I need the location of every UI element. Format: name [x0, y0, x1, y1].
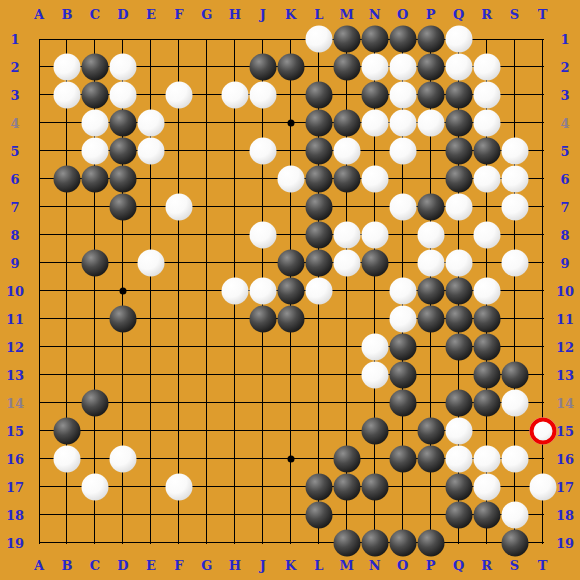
grid-line: [39, 542, 544, 543]
white-stone[interactable]: [473, 473, 500, 500]
col-label-top: L: [314, 7, 323, 22]
black-stone[interactable]: [333, 529, 360, 556]
white-stone[interactable]: [473, 445, 500, 472]
white-stone[interactable]: [445, 249, 472, 276]
white-stone[interactable]: [81, 473, 108, 500]
black-stone[interactable]: [445, 501, 472, 528]
black-stone[interactable]: [445, 109, 472, 136]
black-stone[interactable]: [417, 417, 444, 444]
black-stone[interactable]: [473, 305, 500, 332]
row-label-left: 13: [6, 367, 24, 382]
white-stone[interactable]: [445, 53, 472, 80]
black-stone[interactable]: [445, 137, 472, 164]
row-label-right: 8: [560, 227, 569, 242]
black-stone[interactable]: [417, 53, 444, 80]
black-stone[interactable]: [305, 193, 332, 220]
white-stone[interactable]: [53, 53, 80, 80]
row-label-right: 18: [556, 507, 574, 522]
white-stone[interactable]: [501, 137, 528, 164]
row-label-right: 7: [560, 199, 569, 214]
black-stone[interactable]: [333, 165, 360, 192]
white-stone[interactable]: [81, 137, 108, 164]
black-stone[interactable]: [305, 221, 332, 248]
row-label-left: 11: [6, 311, 24, 326]
black-stone[interactable]: [277, 53, 304, 80]
col-label-top: D: [117, 7, 128, 22]
row-label-left: 10: [6, 283, 24, 298]
black-stone[interactable]: [361, 529, 388, 556]
white-stone[interactable]: [501, 389, 528, 416]
row-label-left: 1: [10, 32, 19, 47]
star-point: [119, 287, 126, 294]
row-label-left: 8: [10, 227, 19, 242]
col-label-top: E: [146, 7, 156, 22]
white-stone[interactable]: [473, 221, 500, 248]
black-stone[interactable]: [277, 305, 304, 332]
black-stone[interactable]: [249, 305, 276, 332]
white-stone[interactable]: [445, 417, 472, 444]
black-stone[interactable]: [361, 26, 388, 53]
col-label-top: G: [201, 7, 212, 22]
row-label-right: 2: [560, 59, 569, 74]
white-stone[interactable]: [417, 249, 444, 276]
black-stone[interactable]: [277, 277, 304, 304]
black-stone[interactable]: [333, 53, 360, 80]
row-label-right: 16: [556, 451, 574, 466]
row-label-right: 19: [556, 535, 574, 550]
white-stone[interactable]: [361, 53, 388, 80]
col-label-top: C: [90, 7, 100, 22]
black-stone[interactable]: [277, 249, 304, 276]
col-label-bottom: P: [426, 558, 436, 573]
white-stone[interactable]: [389, 305, 416, 332]
row-label-left: 7: [10, 199, 19, 214]
grid-line: [542, 39, 543, 544]
grid-line: [39, 39, 40, 544]
black-stone[interactable]: [417, 529, 444, 556]
row-label-right: 3: [560, 87, 569, 102]
col-label-bottom: O: [397, 558, 408, 573]
white-stone[interactable]: [249, 81, 276, 108]
white-stone[interactable]: [221, 277, 248, 304]
col-label-top: Q: [453, 7, 464, 22]
row-label-left: 6: [10, 171, 19, 186]
black-stone[interactable]: [473, 137, 500, 164]
white-stone[interactable]: [417, 109, 444, 136]
white-stone[interactable]: [333, 249, 360, 276]
white-stone[interactable]: [249, 137, 276, 164]
black-stone[interactable]: [445, 389, 472, 416]
row-label-left: 2: [10, 59, 19, 74]
black-stone[interactable]: [417, 277, 444, 304]
white-stone[interactable]: [249, 221, 276, 248]
black-stone[interactable]: [445, 277, 472, 304]
col-label-top: F: [174, 7, 183, 22]
white-stone[interactable]: [529, 473, 556, 500]
white-stone[interactable]: [361, 165, 388, 192]
row-label-left: 15: [6, 423, 24, 438]
white-stone[interactable]: [333, 137, 360, 164]
white-stone[interactable]: [53, 445, 80, 472]
white-stone[interactable]: [53, 81, 80, 108]
black-stone[interactable]: [361, 473, 388, 500]
black-stone[interactable]: [81, 389, 108, 416]
white-stone[interactable]: [361, 109, 388, 136]
col-label-bottom: H: [229, 558, 241, 573]
black-stone[interactable]: [417, 305, 444, 332]
row-label-right: 4: [560, 115, 569, 130]
col-label-top: M: [339, 7, 353, 22]
star-point: [287, 455, 294, 462]
white-stone[interactable]: [137, 249, 164, 276]
col-label-bottom: R: [481, 558, 492, 573]
col-label-bottom: N: [369, 558, 381, 573]
col-label-top: N: [369, 7, 381, 22]
black-stone[interactable]: [501, 361, 528, 388]
col-label-bottom: A: [34, 558, 44, 573]
black-stone[interactable]: [305, 165, 332, 192]
row-label-right: 15: [556, 423, 574, 438]
white-stone[interactable]: [109, 81, 136, 108]
col-label-bottom: T: [538, 558, 548, 573]
black-stone[interactable]: [305, 137, 332, 164]
col-label-top: S: [510, 7, 519, 22]
row-label-right: 11: [556, 311, 574, 326]
white-stone[interactable]: [501, 165, 528, 192]
col-label-top: A: [34, 7, 44, 22]
col-label-top: P: [426, 7, 436, 22]
row-label-left: 19: [6, 535, 24, 550]
black-stone[interactable]: [333, 473, 360, 500]
white-stone[interactable]: [445, 26, 472, 53]
black-stone[interactable]: [81, 81, 108, 108]
black-stone[interactable]: [81, 53, 108, 80]
grid-line: [39, 374, 544, 375]
white-stone[interactable]: [109, 445, 136, 472]
row-label-right: 12: [556, 339, 574, 354]
white-stone[interactable]: [473, 165, 500, 192]
black-stone[interactable]: [473, 389, 500, 416]
black-stone[interactable]: [333, 109, 360, 136]
black-stone[interactable]: [417, 26, 444, 53]
black-stone[interactable]: [249, 53, 276, 80]
white-stone[interactable]: [389, 53, 416, 80]
black-stone[interactable]: [389, 529, 416, 556]
row-label-right: 1: [560, 32, 569, 47]
white-stone[interactable]: [221, 81, 248, 108]
white-stone[interactable]: [445, 193, 472, 220]
white-stone[interactable]: [501, 501, 528, 528]
go-board[interactable]: AABBCCDDEEFFGGHHJJKKLLMMNNOOPPQQRRSSTT11…: [0, 0, 580, 580]
white-stone[interactable]: [165, 81, 192, 108]
col-label-bottom: Q: [453, 558, 464, 573]
row-label-right: 6: [560, 171, 569, 186]
black-stone[interactable]: [81, 165, 108, 192]
white-stone[interactable]: [165, 473, 192, 500]
black-stone[interactable]: [417, 193, 444, 220]
row-label-right: 14: [556, 395, 574, 410]
white-stone[interactable]: [473, 277, 500, 304]
black-stone[interactable]: [333, 26, 360, 53]
grid-line: [206, 39, 207, 544]
black-stone[interactable]: [109, 137, 136, 164]
white-stone[interactable]: [137, 109, 164, 136]
col-label-top: H: [229, 7, 241, 22]
white-stone[interactable]: [417, 221, 444, 248]
col-label-bottom: K: [285, 558, 296, 573]
last-move-marker: [529, 417, 556, 444]
row-label-right: 10: [556, 283, 574, 298]
col-label-bottom: M: [339, 558, 353, 573]
black-stone[interactable]: [53, 417, 80, 444]
black-stone[interactable]: [445, 333, 472, 360]
col-label-top: R: [481, 7, 492, 22]
white-stone[interactable]: [305, 26, 332, 53]
col-label-bottom: L: [314, 558, 323, 573]
row-label-left: 5: [10, 143, 19, 158]
black-stone[interactable]: [445, 81, 472, 108]
col-label-bottom: E: [146, 558, 156, 573]
black-stone[interactable]: [445, 473, 472, 500]
black-stone[interactable]: [473, 361, 500, 388]
row-label-right: 9: [560, 255, 569, 270]
white-stone[interactable]: [501, 193, 528, 220]
white-stone[interactable]: [81, 109, 108, 136]
black-stone[interactable]: [333, 445, 360, 472]
row-label-left: 3: [10, 87, 19, 102]
row-label-left: 9: [10, 255, 19, 270]
black-stone[interactable]: [109, 193, 136, 220]
star-point: [287, 119, 294, 126]
col-label-bottom: C: [90, 558, 100, 573]
black-stone[interactable]: [417, 445, 444, 472]
black-stone[interactable]: [81, 249, 108, 276]
black-stone[interactable]: [109, 109, 136, 136]
white-stone[interactable]: [277, 165, 304, 192]
white-stone[interactable]: [473, 109, 500, 136]
black-stone[interactable]: [389, 445, 416, 472]
black-stone[interactable]: [389, 389, 416, 416]
col-label-bottom: F: [174, 558, 183, 573]
grid-line: [39, 234, 544, 235]
white-stone[interactable]: [109, 53, 136, 80]
white-stone[interactable]: [305, 277, 332, 304]
col-label-top: K: [285, 7, 296, 22]
row-label-left: 16: [6, 451, 24, 466]
white-stone[interactable]: [389, 81, 416, 108]
col-label-top: T: [538, 7, 548, 22]
white-stone[interactable]: [361, 361, 388, 388]
black-stone[interactable]: [389, 26, 416, 53]
black-stone[interactable]: [445, 165, 472, 192]
row-label-right: 13: [556, 367, 574, 382]
white-stone[interactable]: [501, 249, 528, 276]
black-stone[interactable]: [305, 501, 332, 528]
black-stone[interactable]: [473, 333, 500, 360]
row-label-right: 17: [556, 479, 574, 494]
white-stone[interactable]: [389, 193, 416, 220]
black-stone[interactable]: [305, 109, 332, 136]
row-label-left: 17: [6, 479, 24, 494]
black-stone[interactable]: [361, 249, 388, 276]
black-stone[interactable]: [389, 333, 416, 360]
black-stone[interactable]: [389, 361, 416, 388]
black-stone[interactable]: [305, 473, 332, 500]
col-label-bottom: B: [61, 558, 72, 573]
black-stone[interactable]: [305, 249, 332, 276]
black-stone[interactable]: [445, 305, 472, 332]
row-label-left: 4: [10, 115, 19, 130]
white-stone[interactable]: [389, 137, 416, 164]
white-stone[interactable]: [473, 81, 500, 108]
row-label-left: 12: [6, 339, 24, 354]
col-label-bottom: G: [201, 558, 212, 573]
white-stone[interactable]: [445, 445, 472, 472]
col-label-bottom: S: [510, 558, 519, 573]
black-stone[interactable]: [417, 81, 444, 108]
black-stone[interactable]: [305, 81, 332, 108]
black-stone[interactable]: [361, 417, 388, 444]
black-stone[interactable]: [501, 529, 528, 556]
row-label-left: 14: [6, 395, 24, 410]
col-label-top: J: [260, 7, 266, 22]
white-stone[interactable]: [137, 137, 164, 164]
col-label-top: B: [61, 7, 72, 22]
white-stone[interactable]: [165, 193, 192, 220]
white-stone[interactable]: [361, 221, 388, 248]
black-stone[interactable]: [109, 165, 136, 192]
white-stone[interactable]: [473, 53, 500, 80]
black-stone[interactable]: [53, 165, 80, 192]
col-label-top: O: [397, 7, 408, 22]
black-stone[interactable]: [361, 81, 388, 108]
white-stone[interactable]: [389, 109, 416, 136]
white-stone[interactable]: [361, 333, 388, 360]
black-stone[interactable]: [473, 501, 500, 528]
row-label-left: 18: [6, 507, 24, 522]
grid-line: [178, 39, 179, 544]
white-stone[interactable]: [501, 445, 528, 472]
col-label-bottom: J: [260, 558, 266, 573]
white-stone[interactable]: [333, 221, 360, 248]
white-stone[interactable]: [389, 277, 416, 304]
white-stone[interactable]: [249, 277, 276, 304]
black-stone[interactable]: [109, 305, 136, 332]
row-label-right: 5: [560, 143, 569, 158]
col-label-bottom: D: [117, 558, 128, 573]
